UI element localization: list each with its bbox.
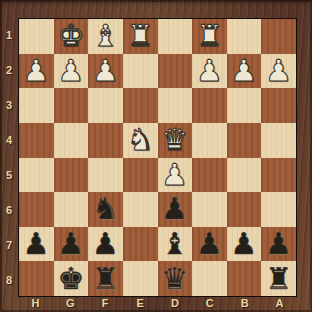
square-e8[interactable] [123, 261, 158, 296]
piece-bB-d7[interactable]: ♝ [161, 227, 188, 261]
square-e5[interactable] [123, 158, 158, 193]
piece-wP-g2[interactable]: ♟ [57, 54, 84, 88]
square-f4[interactable] [88, 123, 123, 158]
square-b8[interactable] [227, 261, 262, 296]
piece-wP-b2[interactable]: ♟ [231, 54, 258, 88]
file-label-c: C [192, 297, 227, 312]
square-d1[interactable] [158, 19, 193, 54]
square-c8[interactable] [192, 261, 227, 296]
piece-wN-e4[interactable]: ♞ [127, 123, 154, 157]
board: ♚♝♜♜♟♟♟♟♟♟♞♛♟♞♟♟♟♟♝♟♟♟♚♜♛♜ [18, 18, 297, 297]
square-g7[interactable]: ♟ [54, 227, 89, 262]
piece-bP-h7[interactable]: ♟ [23, 227, 50, 261]
square-c5[interactable] [192, 158, 227, 193]
piece-bP-f7[interactable]: ♟ [92, 227, 119, 261]
rank-label-5: 5 [0, 158, 18, 193]
square-g8[interactable]: ♚ [54, 261, 89, 296]
piece-wK-g1[interactable]: ♚ [57, 19, 84, 53]
square-f2[interactable]: ♟ [88, 54, 123, 89]
square-d3[interactable] [158, 88, 193, 123]
square-a8[interactable]: ♜ [261, 261, 296, 296]
square-f6[interactable]: ♞ [88, 192, 123, 227]
square-b7[interactable]: ♟ [227, 227, 262, 262]
rank-label-7: 7 [0, 227, 18, 262]
square-h7[interactable]: ♟ [19, 227, 54, 262]
square-g3[interactable] [54, 88, 89, 123]
piece-bP-b7[interactable]: ♟ [231, 227, 258, 261]
square-e7[interactable] [123, 227, 158, 262]
square-g5[interactable] [54, 158, 89, 193]
piece-bP-g7[interactable]: ♟ [57, 227, 84, 261]
square-g6[interactable] [54, 192, 89, 227]
square-d7[interactable]: ♝ [158, 227, 193, 262]
chessboard-frame: 12345678 HGFEDCBA ♚♝♜♜♟♟♟♟♟♟♞♛♟♞♟♟♟♟♝♟♟♟… [0, 0, 312, 312]
square-d2[interactable] [158, 54, 193, 89]
file-labels: HGFEDCBA [18, 297, 297, 312]
square-b5[interactable] [227, 158, 262, 193]
file-label-g: G [53, 297, 88, 312]
rank-label-2: 2 [0, 53, 18, 88]
piece-wB-f1[interactable]: ♝ [92, 19, 119, 53]
piece-wR-c1[interactable]: ♜ [196, 19, 223, 53]
square-f7[interactable]: ♟ [88, 227, 123, 262]
square-g1[interactable]: ♚ [54, 19, 89, 54]
square-c6[interactable] [192, 192, 227, 227]
file-label-e: E [123, 297, 158, 312]
piece-bP-c7[interactable]: ♟ [196, 227, 223, 261]
piece-bN-f6[interactable]: ♞ [92, 192, 119, 226]
square-c1[interactable]: ♜ [192, 19, 227, 54]
square-d8[interactable]: ♛ [158, 261, 193, 296]
square-g4[interactable] [54, 123, 89, 158]
square-a7[interactable]: ♟ [261, 227, 296, 262]
piece-wP-c2[interactable]: ♟ [196, 54, 223, 88]
square-b1[interactable] [227, 19, 262, 54]
square-e4[interactable]: ♞ [123, 123, 158, 158]
piece-bR-f8[interactable]: ♜ [92, 262, 119, 296]
piece-bP-d6[interactable]: ♟ [161, 192, 188, 226]
piece-wP-a2[interactable]: ♟ [265, 54, 292, 88]
piece-bK-g8[interactable]: ♚ [57, 262, 84, 296]
square-d5[interactable]: ♟ [158, 158, 193, 193]
square-e2[interactable] [123, 54, 158, 89]
square-e3[interactable] [123, 88, 158, 123]
square-a3[interactable] [261, 88, 296, 123]
piece-bR-a8[interactable]: ♜ [265, 262, 292, 296]
square-d6[interactable]: ♟ [158, 192, 193, 227]
rank-label-1: 1 [0, 18, 18, 53]
piece-wP-h2[interactable]: ♟ [23, 54, 50, 88]
file-label-h: H [18, 297, 53, 312]
square-c4[interactable] [192, 123, 227, 158]
rank-label-8: 8 [0, 262, 18, 297]
square-h4[interactable] [19, 123, 54, 158]
square-f8[interactable]: ♜ [88, 261, 123, 296]
square-e1[interactable]: ♜ [123, 19, 158, 54]
square-a5[interactable] [261, 158, 296, 193]
square-e6[interactable] [123, 192, 158, 227]
piece-wP-d5[interactable]: ♟ [161, 158, 188, 192]
file-label-f: F [88, 297, 123, 312]
square-g2[interactable]: ♟ [54, 54, 89, 89]
file-label-b: B [227, 297, 262, 312]
square-f5[interactable] [88, 158, 123, 193]
piece-wR-e1[interactable]: ♜ [127, 19, 154, 53]
square-b3[interactable] [227, 88, 262, 123]
square-f1[interactable]: ♝ [88, 19, 123, 54]
square-h6[interactable] [19, 192, 54, 227]
square-b4[interactable] [227, 123, 262, 158]
square-c7[interactable]: ♟ [192, 227, 227, 262]
square-h1[interactable] [19, 19, 54, 54]
square-a1[interactable] [261, 19, 296, 54]
square-c2[interactable]: ♟ [192, 54, 227, 89]
square-b2[interactable]: ♟ [227, 54, 262, 89]
piece-wP-f2[interactable]: ♟ [92, 54, 119, 88]
square-a2[interactable]: ♟ [261, 54, 296, 89]
square-a6[interactable] [261, 192, 296, 227]
piece-wQ-d4[interactable]: ♛ [161, 123, 188, 157]
square-f3[interactable] [88, 88, 123, 123]
file-label-d: D [158, 297, 193, 312]
rank-label-3: 3 [0, 88, 18, 123]
piece-bP-a7[interactable]: ♟ [265, 227, 292, 261]
square-a4[interactable] [261, 123, 296, 158]
square-d4[interactable]: ♛ [158, 123, 193, 158]
square-h3[interactable] [19, 88, 54, 123]
square-h5[interactable] [19, 158, 54, 193]
file-label-a: A [262, 297, 297, 312]
rank-label-6: 6 [0, 192, 18, 227]
rank-labels: 12345678 [0, 18, 18, 297]
square-c3[interactable] [192, 88, 227, 123]
square-h2[interactable]: ♟ [19, 54, 54, 89]
square-b6[interactable] [227, 192, 262, 227]
rank-label-4: 4 [0, 123, 18, 158]
square-h8[interactable] [19, 261, 54, 296]
piece-bQ-d8[interactable]: ♛ [161, 262, 188, 296]
